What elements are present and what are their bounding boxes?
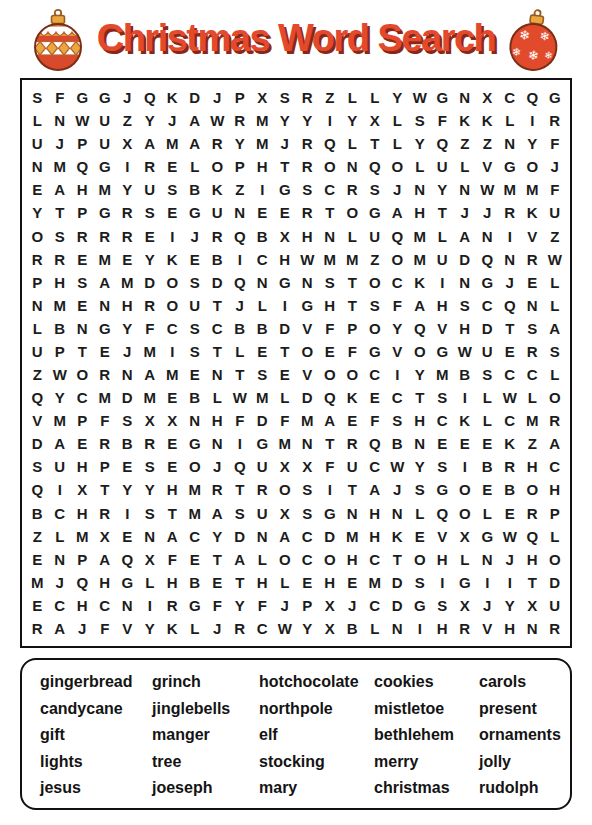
grid-cell-r12c22[interactable]: E: [499, 340, 522, 363]
grid-cell-r15c2[interactable]: M: [49, 409, 72, 432]
grid-cell-r23c15[interactable]: J: [341, 594, 364, 617]
grid-cell-r14c7[interactable]: E: [161, 386, 184, 409]
grid-cell-r12c12[interactable]: T: [274, 340, 297, 363]
grid-cell-r1c12[interactable]: S: [274, 86, 297, 109]
grid-cell-r16c4[interactable]: R: [94, 432, 117, 455]
grid-cell-r3c21[interactable]: Z: [476, 132, 499, 155]
grid-cell-r7c21[interactable]: N: [476, 225, 499, 248]
grid-cell-r11c24[interactable]: A: [544, 317, 567, 340]
grid-cell-r14c12[interactable]: L: [274, 386, 297, 409]
grid-cell-r3c22[interactable]: N: [499, 132, 522, 155]
grid-cell-r9c11[interactable]: N: [251, 271, 274, 294]
grid-cell-r5c20[interactable]: N: [454, 178, 477, 201]
grid-cell-r8c15[interactable]: M: [341, 248, 364, 271]
grid-cell-r22c11[interactable]: H: [251, 571, 274, 594]
grid-cell-r1c4[interactable]: G: [94, 86, 117, 109]
grid-cell-r21c22[interactable]: J: [499, 548, 522, 571]
grid-cell-r6c6[interactable]: S: [139, 201, 162, 224]
grid-cell-r11c17[interactable]: Y: [386, 317, 409, 340]
grid-cell-r22c20[interactable]: G: [454, 571, 477, 594]
grid-cell-r15c9[interactable]: H: [206, 409, 229, 432]
grid-cell-r10c24[interactable]: L: [544, 294, 567, 317]
grid-cell-r15c4[interactable]: F: [94, 409, 117, 432]
grid-cell-r16c10[interactable]: I: [229, 432, 252, 455]
grid-cell-r20c15[interactable]: M: [341, 525, 364, 548]
grid-cell-r6c4[interactable]: G: [94, 201, 117, 224]
grid-cell-r2c19[interactable]: F: [431, 109, 454, 132]
grid-cell-r2c23[interactable]: I: [521, 109, 544, 132]
grid-cell-r1c19[interactable]: G: [431, 86, 454, 109]
grid-cell-r9c9[interactable]: D: [206, 271, 229, 294]
grid-cell-r19c5[interactable]: I: [116, 502, 139, 525]
grid-cell-r20c4[interactable]: X: [94, 525, 117, 548]
grid-cell-r4c14[interactable]: O: [319, 155, 342, 178]
grid-cell-r22c9[interactable]: E: [206, 571, 229, 594]
grid-cell-r18c14[interactable]: I: [319, 478, 342, 501]
grid-cell-r9c17[interactable]: C: [386, 271, 409, 294]
grid-cell-r18c23[interactable]: O: [521, 478, 544, 501]
grid-cell-r6c13[interactable]: R: [296, 201, 319, 224]
grid-cell-r5c5[interactable]: Y: [116, 178, 139, 201]
grid-cell-r19c19[interactable]: Q: [431, 502, 454, 525]
grid-cell-r3c7[interactable]: M: [161, 132, 184, 155]
grid-cell-r13c19[interactable]: M: [431, 363, 454, 386]
grid-cell-r1c9[interactable]: J: [206, 86, 229, 109]
grid-cell-r11c14[interactable]: F: [319, 317, 342, 340]
grid-cell-r9c16[interactable]: O: [364, 271, 387, 294]
grid-cell-r19c7[interactable]: T: [161, 502, 184, 525]
grid-cell-r23c14[interactable]: X: [319, 594, 342, 617]
grid-cell-r7c6[interactable]: E: [139, 225, 162, 248]
grid-cell-r22c5[interactable]: G: [116, 571, 139, 594]
grid-cell-r24c18[interactable]: I: [409, 617, 432, 640]
grid-cell-r21c9[interactable]: T: [206, 548, 229, 571]
grid-cell-r5c7[interactable]: S: [161, 178, 184, 201]
grid-cell-r17c15[interactable]: U: [341, 455, 364, 478]
grid-cell-r3c19[interactable]: Q: [431, 132, 454, 155]
grid-cell-r16c3[interactable]: E: [71, 432, 94, 455]
grid-cell-r11c19[interactable]: V: [431, 317, 454, 340]
grid-cell-r4c20[interactable]: L: [454, 155, 477, 178]
grid-cell-r4c10[interactable]: P: [229, 155, 252, 178]
grid-cell-r21c7[interactable]: F: [161, 548, 184, 571]
grid-cell-r4c11[interactable]: H: [251, 155, 274, 178]
grid-cell-r17c18[interactable]: Y: [409, 455, 432, 478]
grid-cell-r24c19[interactable]: H: [431, 617, 454, 640]
grid-cell-r17c10[interactable]: Q: [229, 455, 252, 478]
grid-cell-r24c7[interactable]: K: [161, 617, 184, 640]
grid-cell-r2c10[interactable]: R: [229, 109, 252, 132]
grid-cell-r19c20[interactable]: O: [454, 502, 477, 525]
grid-cell-r20c12[interactable]: A: [274, 525, 297, 548]
grid-cell-r6c9[interactable]: U: [206, 201, 229, 224]
grid-cell-r16c1[interactable]: D: [26, 432, 49, 455]
grid-cell-r10c18[interactable]: A: [409, 294, 432, 317]
grid-cell-r21c16[interactable]: C: [364, 548, 387, 571]
grid-cell-r22c2[interactable]: J: [49, 571, 72, 594]
grid-cell-r12c19[interactable]: G: [431, 340, 454, 363]
grid-cell-r4c23[interactable]: O: [521, 155, 544, 178]
grid-cell-r3c12[interactable]: J: [274, 132, 297, 155]
grid-cell-r15c6[interactable]: X: [139, 409, 162, 432]
grid-cell-r17c17[interactable]: W: [386, 455, 409, 478]
grid-cell-r3c15[interactable]: L: [341, 132, 364, 155]
grid-cell-r5c15[interactable]: R: [341, 178, 364, 201]
grid-cell-r13c20[interactable]: B: [454, 363, 477, 386]
grid-cell-r17c13[interactable]: X: [296, 455, 319, 478]
grid-cell-r15c23[interactable]: M: [521, 409, 544, 432]
grid-cell-r4c18[interactable]: L: [409, 155, 432, 178]
grid-cell-r15c17[interactable]: S: [386, 409, 409, 432]
grid-cell-r3c17[interactable]: L: [386, 132, 409, 155]
grid-cell-r19c15[interactable]: N: [341, 502, 364, 525]
grid-cell-r1c18[interactable]: W: [409, 86, 432, 109]
grid-cell-r21c21[interactable]: N: [476, 548, 499, 571]
grid-cell-r6c7[interactable]: E: [161, 201, 184, 224]
grid-cell-r24c1[interactable]: R: [26, 617, 49, 640]
grid-cell-r3c23[interactable]: Y: [521, 132, 544, 155]
grid-cell-r20c21[interactable]: G: [476, 525, 499, 548]
grid-cell-r18c6[interactable]: Y: [139, 478, 162, 501]
grid-cell-r19c3[interactable]: H: [71, 502, 94, 525]
grid-cell-r20c24[interactable]: L: [544, 525, 567, 548]
grid-cell-r11c7[interactable]: C: [161, 317, 184, 340]
grid-cell-r7c16[interactable]: U: [364, 225, 387, 248]
grid-cell-r20c3[interactable]: M: [71, 525, 94, 548]
grid-cell-r14c6[interactable]: M: [139, 386, 162, 409]
grid-cell-r13c7[interactable]: M: [161, 363, 184, 386]
grid-cell-r14c22[interactable]: W: [499, 386, 522, 409]
grid-cell-r12c8[interactable]: S: [184, 340, 207, 363]
grid-cell-r16c19[interactable]: E: [431, 432, 454, 455]
grid-cell-r15c19[interactable]: C: [431, 409, 454, 432]
grid-cell-r1c10[interactable]: P: [229, 86, 252, 109]
grid-cell-r23c8[interactable]: G: [184, 594, 207, 617]
grid-cell-r22c18[interactable]: S: [409, 571, 432, 594]
grid-cell-r2c20[interactable]: K: [454, 109, 477, 132]
grid-cell-r12c18[interactable]: O: [409, 340, 432, 363]
grid-cell-r3c24[interactable]: F: [544, 132, 567, 155]
grid-cell-r14c11[interactable]: M: [251, 386, 274, 409]
grid-cell-r14c14[interactable]: Q: [319, 386, 342, 409]
grid-cell-r16c9[interactable]: N: [206, 432, 229, 455]
grid-cell-r5c18[interactable]: N: [409, 178, 432, 201]
grid-cell-r12c16[interactable]: G: [364, 340, 387, 363]
grid-cell-r19c1[interactable]: B: [26, 502, 49, 525]
grid-cell-r4c8[interactable]: L: [184, 155, 207, 178]
grid-cell-r4c17[interactable]: O: [386, 155, 409, 178]
grid-cell-r6c21[interactable]: J: [476, 201, 499, 224]
grid-cell-r12c5[interactable]: J: [116, 340, 139, 363]
grid-cell-r17c8[interactable]: O: [184, 455, 207, 478]
grid-cell-r11c1[interactable]: L: [26, 317, 49, 340]
grid-cell-r1c24[interactable]: G: [544, 86, 567, 109]
grid-cell-r12c10[interactable]: L: [229, 340, 252, 363]
grid-cell-r14c21[interactable]: L: [476, 386, 499, 409]
grid-cell-r3c10[interactable]: Y: [229, 132, 252, 155]
grid-cell-r10c5[interactable]: H: [116, 294, 139, 317]
grid-cell-r14c2[interactable]: Y: [49, 386, 72, 409]
grid-cell-r17c4[interactable]: P: [94, 455, 117, 478]
grid-cell-r18c16[interactable]: A: [364, 478, 387, 501]
grid-cell-r10c11[interactable]: L: [251, 294, 274, 317]
grid-cell-r14c18[interactable]: T: [409, 386, 432, 409]
grid-cell-r15c11[interactable]: D: [251, 409, 274, 432]
grid-cell-r3c14[interactable]: Q: [319, 132, 342, 155]
grid-cell-r23c2[interactable]: C: [49, 594, 72, 617]
grid-cell-r7c8[interactable]: J: [184, 225, 207, 248]
grid-cell-r20c19[interactable]: V: [431, 525, 454, 548]
grid-cell-r18c12[interactable]: O: [274, 478, 297, 501]
grid-cell-r11c22[interactable]: T: [499, 317, 522, 340]
grid-cell-r15c7[interactable]: X: [161, 409, 184, 432]
grid-cell-r20c16[interactable]: H: [364, 525, 387, 548]
grid-cell-r20c8[interactable]: C: [184, 525, 207, 548]
grid-cell-r11c10[interactable]: B: [229, 317, 252, 340]
grid-cell-r23c20[interactable]: X: [454, 594, 477, 617]
grid-cell-r10c4[interactable]: N: [94, 294, 117, 317]
grid-cell-r10c8[interactable]: U: [184, 294, 207, 317]
grid-cell-r8c2[interactable]: R: [49, 248, 72, 271]
grid-cell-r17c9[interactable]: J: [206, 455, 229, 478]
grid-cell-r20c9[interactable]: Y: [206, 525, 229, 548]
grid-cell-r11c11[interactable]: B: [251, 317, 274, 340]
grid-cell-r7c1[interactable]: O: [26, 225, 49, 248]
grid-cell-r7c4[interactable]: R: [94, 225, 117, 248]
grid-cell-r21c11[interactable]: L: [251, 548, 274, 571]
grid-cell-r24c12[interactable]: W: [274, 617, 297, 640]
grid-cell-r23c4[interactable]: C: [94, 594, 117, 617]
grid-cell-r16c24[interactable]: A: [544, 432, 567, 455]
grid-cell-r2c22[interactable]: L: [499, 109, 522, 132]
grid-cell-r16c21[interactable]: E: [476, 432, 499, 455]
grid-cell-r16c18[interactable]: N: [409, 432, 432, 455]
grid-cell-r23c18[interactable]: G: [409, 594, 432, 617]
grid-cell-r22c13[interactable]: E: [296, 571, 319, 594]
grid-cell-r17c1[interactable]: S: [26, 455, 49, 478]
grid-cell-r6c22[interactable]: R: [499, 201, 522, 224]
grid-cell-r23c1[interactable]: E: [26, 594, 49, 617]
grid-cell-r6c24[interactable]: U: [544, 201, 567, 224]
grid-cell-r19c11[interactable]: U: [251, 502, 274, 525]
grid-cell-r24c10[interactable]: R: [229, 617, 252, 640]
grid-cell-r2c2[interactable]: N: [49, 109, 72, 132]
grid-cell-r23c21[interactable]: J: [476, 594, 499, 617]
grid-cell-r16c7[interactable]: E: [161, 432, 184, 455]
grid-cell-r21c1[interactable]: E: [26, 548, 49, 571]
grid-cell-r16c13[interactable]: N: [296, 432, 319, 455]
grid-cell-r4c4[interactable]: G: [94, 155, 117, 178]
grid-cell-r13c8[interactable]: E: [184, 363, 207, 386]
grid-cell-r17c19[interactable]: S: [431, 455, 454, 478]
grid-cell-r12c15[interactable]: F: [341, 340, 364, 363]
grid-cell-r12c1[interactable]: U: [26, 340, 49, 363]
grid-cell-r18c9[interactable]: R: [206, 478, 229, 501]
grid-cell-r5c1[interactable]: E: [26, 178, 49, 201]
grid-cell-r17c2[interactable]: U: [49, 455, 72, 478]
grid-cell-r12c9[interactable]: T: [206, 340, 229, 363]
grid-cell-r9c19[interactable]: I: [431, 271, 454, 294]
grid-cell-r24c3[interactable]: J: [71, 617, 94, 640]
grid-cell-r9c15[interactable]: T: [341, 271, 364, 294]
grid-cell-r22c6[interactable]: L: [139, 571, 162, 594]
grid-cell-r12c23[interactable]: R: [521, 340, 544, 363]
grid-cell-r23c23[interactable]: X: [521, 594, 544, 617]
grid-cell-r2c1[interactable]: L: [26, 109, 49, 132]
grid-cell-r23c9[interactable]: F: [206, 594, 229, 617]
grid-cell-r18c2[interactable]: I: [49, 478, 72, 501]
grid-cell-r4c22[interactable]: G: [499, 155, 522, 178]
grid-cell-r19c8[interactable]: M: [184, 502, 207, 525]
grid-cell-r18c20[interactable]: O: [454, 478, 477, 501]
grid-cell-r1c17[interactable]: Y: [386, 86, 409, 109]
grid-cell-r13c9[interactable]: N: [206, 363, 229, 386]
grid-cell-r8c8[interactable]: E: [184, 248, 207, 271]
grid-cell-r16c20[interactable]: E: [454, 432, 477, 455]
grid-cell-r14c1[interactable]: Q: [26, 386, 49, 409]
grid-cell-r24c16[interactable]: L: [364, 617, 387, 640]
grid-cell-r5c4[interactable]: M: [94, 178, 117, 201]
grid-cell-r3c5[interactable]: X: [116, 132, 139, 155]
grid-cell-r3c18[interactable]: Y: [409, 132, 432, 155]
grid-cell-r23c10[interactable]: Y: [229, 594, 252, 617]
grid-cell-r22c15[interactable]: E: [341, 571, 364, 594]
grid-cell-r17c6[interactable]: S: [139, 455, 162, 478]
grid-cell-r17c21[interactable]: B: [476, 455, 499, 478]
grid-cell-r18c22[interactable]: B: [499, 478, 522, 501]
grid-cell-r3c1[interactable]: U: [26, 132, 49, 155]
grid-cell-r4c7[interactable]: E: [161, 155, 184, 178]
grid-cell-r10c13[interactable]: G: [296, 294, 319, 317]
grid-cell-r13c6[interactable]: A: [139, 363, 162, 386]
grid-cell-r9c2[interactable]: H: [49, 271, 72, 294]
grid-cell-r5c13[interactable]: S: [296, 178, 319, 201]
grid-cell-r14c19[interactable]: S: [431, 386, 454, 409]
grid-cell-r6c11[interactable]: E: [251, 201, 274, 224]
grid-cell-r17c14[interactable]: F: [319, 455, 342, 478]
grid-cell-r21c5[interactable]: Q: [116, 548, 139, 571]
grid-cell-r14c16[interactable]: E: [364, 386, 387, 409]
grid-cell-r20c7[interactable]: A: [161, 525, 184, 548]
grid-cell-r13c12[interactable]: E: [274, 363, 297, 386]
grid-cell-r17c16[interactable]: C: [364, 455, 387, 478]
grid-cell-r13c11[interactable]: S: [251, 363, 274, 386]
grid-cell-r7c23[interactable]: V: [521, 225, 544, 248]
grid-cell-r22c17[interactable]: D: [386, 571, 409, 594]
grid-cell-r1c21[interactable]: X: [476, 86, 499, 109]
grid-cell-r21c20[interactable]: L: [454, 548, 477, 571]
grid-cell-r22c8[interactable]: B: [184, 571, 207, 594]
grid-cell-r1c15[interactable]: L: [341, 86, 364, 109]
grid-cell-r15c18[interactable]: H: [409, 409, 432, 432]
grid-cell-r16c22[interactable]: K: [499, 432, 522, 455]
grid-cell-r6c3[interactable]: P: [71, 201, 94, 224]
grid-cell-r5c10[interactable]: Z: [229, 178, 252, 201]
grid-cell-r9c22[interactable]: J: [499, 271, 522, 294]
grid-cell-r5c22[interactable]: M: [499, 178, 522, 201]
grid-cell-r11c12[interactable]: D: [274, 317, 297, 340]
grid-cell-r23c7[interactable]: R: [161, 594, 184, 617]
grid-cell-r17c7[interactable]: E: [161, 455, 184, 478]
grid-cell-r12c20[interactable]: W: [454, 340, 477, 363]
grid-cell-r17c20[interactable]: I: [454, 455, 477, 478]
grid-cell-r10c22[interactable]: Q: [499, 294, 522, 317]
grid-cell-r16c23[interactable]: Z: [521, 432, 544, 455]
grid-cell-r10c17[interactable]: F: [386, 294, 409, 317]
grid-cell-r19c17[interactable]: N: [386, 502, 409, 525]
grid-cell-r2c12[interactable]: Y: [274, 109, 297, 132]
grid-cell-r19c13[interactable]: S: [296, 502, 319, 525]
grid-cell-r15c5[interactable]: S: [116, 409, 139, 432]
grid-cell-r22c24[interactable]: D: [544, 571, 567, 594]
grid-cell-r10c23[interactable]: N: [521, 294, 544, 317]
grid-cell-r9c6[interactable]: D: [139, 271, 162, 294]
grid-cell-r5c8[interactable]: B: [184, 178, 207, 201]
grid-cell-r7c12[interactable]: X: [274, 225, 297, 248]
grid-cell-r18c3[interactable]: X: [71, 478, 94, 501]
grid-cell-r1c20[interactable]: N: [454, 86, 477, 109]
grid-cell-r4c21[interactable]: V: [476, 155, 499, 178]
grid-cell-r19c23[interactable]: R: [521, 502, 544, 525]
grid-cell-r19c18[interactable]: L: [409, 502, 432, 525]
grid-cell-r8c19[interactable]: U: [431, 248, 454, 271]
grid-cell-r15c3[interactable]: P: [71, 409, 94, 432]
grid-cell-r8c7[interactable]: K: [161, 248, 184, 271]
grid-cell-r18c24[interactable]: H: [544, 478, 567, 501]
grid-cell-r6c19[interactable]: T: [431, 201, 454, 224]
grid-cell-r24c13[interactable]: Y: [296, 617, 319, 640]
grid-cell-r12c11[interactable]: E: [251, 340, 274, 363]
grid-cell-r11c6[interactable]: F: [139, 317, 162, 340]
grid-cell-r7c19[interactable]: L: [431, 225, 454, 248]
grid-cell-r4c5[interactable]: I: [116, 155, 139, 178]
grid-cell-r13c17[interactable]: I: [386, 363, 409, 386]
grid-cell-r8c13[interactable]: W: [296, 248, 319, 271]
grid-cell-r23c11[interactable]: F: [251, 594, 274, 617]
grid-cell-r7c20[interactable]: A: [454, 225, 477, 248]
grid-cell-r12c17[interactable]: V: [386, 340, 409, 363]
grid-cell-r12c2[interactable]: P: [49, 340, 72, 363]
grid-cell-r23c3[interactable]: H: [71, 594, 94, 617]
grid-cell-r2c11[interactable]: M: [251, 109, 274, 132]
grid-cell-r6c17[interactable]: A: [386, 201, 409, 224]
grid-cell-r9c23[interactable]: E: [521, 271, 544, 294]
grid-cell-r3c3[interactable]: P: [71, 132, 94, 155]
grid-cell-r13c13[interactable]: V: [296, 363, 319, 386]
grid-cell-r15c24[interactable]: R: [544, 409, 567, 432]
grid-cell-r20c2[interactable]: L: [49, 525, 72, 548]
grid-cell-r9c18[interactable]: K: [409, 271, 432, 294]
grid-cell-r9c20[interactable]: N: [454, 271, 477, 294]
grid-cell-r19c2[interactable]: C: [49, 502, 72, 525]
grid-cell-r21c12[interactable]: O: [274, 548, 297, 571]
grid-cell-r19c4[interactable]: R: [94, 502, 117, 525]
grid-cell-r7c18[interactable]: M: [409, 225, 432, 248]
grid-cell-r8c9[interactable]: B: [206, 248, 229, 271]
grid-cell-r15c20[interactable]: K: [454, 409, 477, 432]
grid-cell-r6c14[interactable]: T: [319, 201, 342, 224]
grid-cell-r7c3[interactable]: R: [71, 225, 94, 248]
grid-cell-r18c13[interactable]: S: [296, 478, 319, 501]
grid-cell-r10c10[interactable]: J: [229, 294, 252, 317]
grid-cell-r17c3[interactable]: H: [71, 455, 94, 478]
grid-cell-r9c13[interactable]: N: [296, 271, 319, 294]
grid-cell-r11c18[interactable]: Q: [409, 317, 432, 340]
grid-cell-r13c23[interactable]: C: [521, 363, 544, 386]
grid-cell-r21c3[interactable]: P: [71, 548, 94, 571]
grid-cell-r22c10[interactable]: T: [229, 571, 252, 594]
grid-cell-r7c2[interactable]: S: [49, 225, 72, 248]
